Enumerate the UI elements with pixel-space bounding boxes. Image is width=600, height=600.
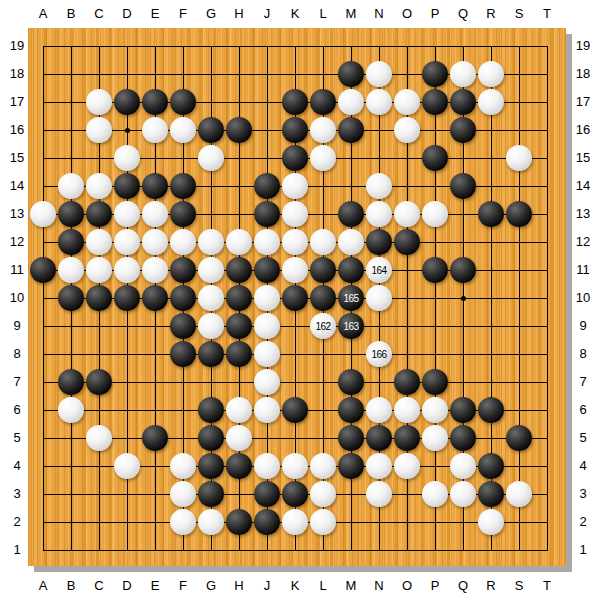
column-label-bottom-S: S — [505, 574, 533, 598]
row-label-right-1: 1 — [570, 538, 596, 562]
stone-white-L9-move-162[interactable]: 162 — [310, 313, 336, 339]
stone-black-K16[interactable] — [282, 117, 308, 143]
column-label-top-A: A — [29, 2, 57, 26]
stone-black-K17[interactable] — [282, 89, 308, 115]
row-label-right-19: 19 — [570, 34, 596, 58]
stone-white-M17[interactable] — [338, 89, 364, 115]
row-label-left-18: 18 — [4, 62, 30, 86]
stone-white-C5[interactable] — [86, 425, 112, 451]
stone-white-E16[interactable] — [142, 117, 168, 143]
column-label-bottom-E: E — [141, 574, 169, 598]
stone-white-G9[interactable] — [198, 313, 224, 339]
row-label-right-6: 6 — [570, 398, 596, 422]
column-label-bottom-H: H — [225, 574, 253, 598]
stone-black-B7[interactable] — [58, 369, 84, 395]
stone-white-J8[interactable] — [254, 341, 280, 367]
stone-black-J14[interactable] — [254, 173, 280, 199]
stone-white-N10[interactable] — [366, 285, 392, 311]
stone-black-F17[interactable] — [170, 89, 196, 115]
row-label-left-17: 17 — [4, 90, 30, 114]
stone-white-K13[interactable] — [282, 201, 308, 227]
stone-white-G11[interactable] — [198, 257, 224, 283]
column-label-top-D: D — [113, 2, 141, 26]
stone-black-F8[interactable] — [170, 341, 196, 367]
grid-line-vertical — [519, 46, 520, 551]
stone-white-C14[interactable] — [86, 173, 112, 199]
row-label-right-8: 8 — [570, 342, 596, 366]
row-label-left-12: 12 — [4, 230, 30, 254]
stone-white-N3[interactable] — [366, 481, 392, 507]
column-label-bottom-R: R — [477, 574, 505, 598]
column-label-bottom-A: A — [29, 574, 57, 598]
column-label-bottom-G: G — [197, 574, 225, 598]
stone-white-N8-move-166[interactable]: 166 — [366, 341, 392, 367]
stone-white-O6[interactable] — [394, 397, 420, 423]
stone-black-C7[interactable] — [86, 369, 112, 395]
stone-white-C16[interactable] — [86, 117, 112, 143]
column-label-bottom-D: D — [113, 574, 141, 598]
column-label-top-B: B — [57, 2, 85, 26]
column-label-top-K: K — [281, 2, 309, 26]
column-label-bottom-Q: Q — [449, 574, 477, 598]
stone-white-C12[interactable] — [86, 229, 112, 255]
row-label-right-7: 7 — [570, 370, 596, 394]
stone-white-N4[interactable] — [366, 453, 392, 479]
stone-black-K15[interactable] — [282, 145, 308, 171]
column-label-bottom-N: N — [365, 574, 393, 598]
stone-black-P7[interactable] — [422, 369, 448, 395]
stone-white-P5[interactable] — [422, 425, 448, 451]
stone-black-Q16[interactable] — [450, 117, 476, 143]
stone-white-B6[interactable] — [58, 397, 84, 423]
column-label-top-T: T — [533, 2, 561, 26]
stone-white-R18[interactable] — [478, 61, 504, 87]
stone-black-H9[interactable] — [226, 313, 252, 339]
stone-black-R3[interactable] — [478, 481, 504, 507]
stone-white-F4[interactable] — [170, 453, 196, 479]
column-label-top-H: H — [225, 2, 253, 26]
stone-black-G3[interactable] — [198, 481, 224, 507]
stone-white-O16[interactable] — [394, 117, 420, 143]
stone-white-J7[interactable] — [254, 369, 280, 395]
stone-white-N6[interactable] — [366, 397, 392, 423]
stone-white-G2[interactable] — [198, 509, 224, 535]
stone-white-Q18[interactable] — [450, 61, 476, 87]
stone-black-M6[interactable] — [338, 397, 364, 423]
stone-white-J9[interactable] — [254, 313, 280, 339]
stone-black-L17[interactable] — [310, 89, 336, 115]
stone-white-S3[interactable] — [506, 481, 532, 507]
stone-black-E14[interactable] — [142, 173, 168, 199]
stone-black-M11[interactable] — [338, 257, 364, 283]
row-label-left-9: 9 — [4, 314, 30, 338]
stone-black-R6[interactable] — [478, 397, 504, 423]
stone-white-C11[interactable] — [86, 257, 112, 283]
stone-black-F9[interactable] — [170, 313, 196, 339]
row-label-left-11: 11 — [4, 258, 30, 282]
stone-black-M5[interactable] — [338, 425, 364, 451]
stone-black-H11[interactable] — [226, 257, 252, 283]
star-point-Q10 — [461, 296, 466, 301]
stone-black-C13[interactable] — [86, 201, 112, 227]
row-label-left-15: 15 — [4, 146, 30, 170]
column-label-top-G: G — [197, 2, 225, 26]
stone-white-O13[interactable] — [394, 201, 420, 227]
stone-black-J3[interactable] — [254, 481, 280, 507]
column-label-top-Q: Q — [449, 2, 477, 26]
stone-black-G6[interactable] — [198, 397, 224, 423]
row-label-left-4: 4 — [4, 454, 30, 478]
stone-black-L11[interactable] — [310, 257, 336, 283]
stone-black-H16[interactable] — [226, 117, 252, 143]
stone-black-S5[interactable] — [506, 425, 532, 451]
row-label-left-6: 6 — [4, 398, 30, 422]
stone-black-N12[interactable] — [366, 229, 392, 255]
go-board-screenshot: 164165162163166 AABBCCDDEEFFGGHHJJKKLLMM… — [0, 0, 600, 600]
grid-line-vertical — [435, 46, 436, 551]
stone-black-Q17[interactable] — [450, 89, 476, 115]
row-label-left-3: 3 — [4, 482, 30, 506]
stone-white-B11[interactable] — [58, 257, 84, 283]
stone-black-M10-move-165[interactable]: 165 — [338, 285, 364, 311]
stone-white-B14[interactable] — [58, 173, 84, 199]
row-label-right-12: 12 — [570, 230, 596, 254]
row-label-left-16: 16 — [4, 118, 30, 142]
grid-line-horizontal — [43, 326, 548, 327]
column-label-top-O: O — [393, 2, 421, 26]
stone-black-N5[interactable] — [366, 425, 392, 451]
stone-black-G5[interactable] — [198, 425, 224, 451]
stone-white-C17[interactable] — [86, 89, 112, 115]
stone-white-O17[interactable] — [394, 89, 420, 115]
stone-white-K11[interactable] — [282, 257, 308, 283]
stone-white-A13[interactable] — [30, 201, 56, 227]
stone-black-E10[interactable] — [142, 285, 168, 311]
stone-black-J11[interactable] — [254, 257, 280, 283]
row-label-left-13: 13 — [4, 202, 30, 226]
column-label-bottom-F: F — [169, 574, 197, 598]
stone-white-L2[interactable] — [310, 509, 336, 535]
stone-black-K6[interactable] — [282, 397, 308, 423]
stone-white-Q3[interactable] — [450, 481, 476, 507]
stone-white-G10[interactable] — [198, 285, 224, 311]
stone-black-D14[interactable] — [114, 173, 140, 199]
row-label-right-2: 2 — [570, 510, 596, 534]
row-label-right-14: 14 — [570, 174, 596, 198]
stone-white-G15[interactable] — [198, 145, 224, 171]
column-label-bottom-P: P — [421, 574, 449, 598]
column-label-bottom-T: T — [533, 574, 561, 598]
column-label-top-N: N — [365, 2, 393, 26]
column-label-top-L: L — [309, 2, 337, 26]
stone-black-P17[interactable] — [422, 89, 448, 115]
grid-line-vertical — [547, 46, 548, 551]
stone-black-M13[interactable] — [338, 201, 364, 227]
stone-black-Q11[interactable] — [450, 257, 476, 283]
stone-white-E12[interactable] — [142, 229, 168, 255]
stone-black-E5[interactable] — [142, 425, 168, 451]
row-label-right-15: 15 — [570, 146, 596, 170]
row-label-right-4: 4 — [570, 454, 596, 478]
stone-black-D10[interactable] — [114, 285, 140, 311]
grid-line-horizontal — [43, 382, 548, 383]
stone-black-M9-move-163[interactable]: 163 — [338, 313, 364, 339]
stone-white-Q4[interactable] — [450, 453, 476, 479]
stone-black-H8[interactable] — [226, 341, 252, 367]
stone-black-P11[interactable] — [422, 257, 448, 283]
row-label-left-10: 10 — [4, 286, 30, 310]
row-label-right-3: 3 — [570, 482, 596, 506]
stone-black-C10[interactable] — [86, 285, 112, 311]
stone-white-F2[interactable] — [170, 509, 196, 535]
stone-white-J4[interactable] — [254, 453, 280, 479]
grid-line-horizontal — [43, 550, 548, 551]
stone-black-J13[interactable] — [254, 201, 280, 227]
column-label-top-C: C — [85, 2, 113, 26]
stone-white-J10[interactable] — [254, 285, 280, 311]
row-label-right-10: 10 — [570, 286, 596, 310]
row-label-left-7: 7 — [4, 370, 30, 394]
stone-black-P15[interactable] — [422, 145, 448, 171]
stone-white-N14[interactable] — [366, 173, 392, 199]
stone-black-M16[interactable] — [338, 117, 364, 143]
stone-white-H6[interactable] — [226, 397, 252, 423]
row-label-right-18: 18 — [570, 62, 596, 86]
column-label-bottom-C: C — [85, 574, 113, 598]
stone-black-F13[interactable] — [170, 201, 196, 227]
stone-white-L3[interactable] — [310, 481, 336, 507]
stone-white-L16[interactable] — [310, 117, 336, 143]
column-label-bottom-B: B — [57, 574, 85, 598]
column-label-top-J: J — [253, 2, 281, 26]
row-label-right-13: 13 — [570, 202, 596, 226]
stone-white-D12[interactable] — [114, 229, 140, 255]
stone-white-F16[interactable] — [170, 117, 196, 143]
stone-white-H12[interactable] — [226, 229, 252, 255]
row-label-left-5: 5 — [4, 426, 30, 450]
column-label-bottom-L: L — [309, 574, 337, 598]
stone-black-R13[interactable] — [478, 201, 504, 227]
stone-black-Q14[interactable] — [450, 173, 476, 199]
stone-white-F3[interactable] — [170, 481, 196, 507]
stone-white-J6[interactable] — [254, 397, 280, 423]
stone-white-K4[interactable] — [282, 453, 308, 479]
stone-black-R4[interactable] — [478, 453, 504, 479]
column-label-top-E: E — [141, 2, 169, 26]
column-label-top-P: P — [421, 2, 449, 26]
stone-white-J12[interactable] — [254, 229, 280, 255]
column-label-top-R: R — [477, 2, 505, 26]
stone-black-K3[interactable] — [282, 481, 308, 507]
stone-black-E17[interactable] — [142, 89, 168, 115]
stone-white-P13[interactable] — [422, 201, 448, 227]
stone-black-K10[interactable] — [282, 285, 308, 311]
row-label-right-9: 9 — [570, 314, 596, 338]
stone-black-F10[interactable] — [170, 285, 196, 311]
column-label-top-F: F — [169, 2, 197, 26]
stone-white-P3[interactable] — [422, 481, 448, 507]
stone-black-M7[interactable] — [338, 369, 364, 395]
stone-white-D13[interactable] — [114, 201, 140, 227]
stone-black-B12[interactable] — [58, 229, 84, 255]
column-label-bottom-O: O — [393, 574, 421, 598]
row-label-right-11: 11 — [570, 258, 596, 282]
stone-black-B13[interactable] — [58, 201, 84, 227]
stone-black-B10[interactable] — [58, 285, 84, 311]
stone-black-M18[interactable] — [338, 61, 364, 87]
stone-black-O5[interactable] — [394, 425, 420, 451]
row-label-left-14: 14 — [4, 174, 30, 198]
column-label-bottom-M: M — [337, 574, 365, 598]
stone-white-N13[interactable] — [366, 201, 392, 227]
stone-white-P6[interactable] — [422, 397, 448, 423]
row-label-left-2: 2 — [4, 510, 30, 534]
stone-white-L4[interactable] — [310, 453, 336, 479]
stone-white-L15[interactable] — [310, 145, 336, 171]
column-label-bottom-K: K — [281, 574, 309, 598]
stone-black-F14[interactable] — [170, 173, 196, 199]
column-label-bottom-J: J — [253, 574, 281, 598]
stone-black-H4[interactable] — [226, 453, 252, 479]
stone-white-N17[interactable] — [366, 89, 392, 115]
stone-white-S15[interactable] — [506, 145, 532, 171]
stone-white-K2[interactable] — [282, 509, 308, 535]
stone-white-E11[interactable] — [142, 257, 168, 283]
row-label-left-8: 8 — [4, 342, 30, 366]
stone-black-M4[interactable] — [338, 453, 364, 479]
stone-black-H2[interactable] — [226, 509, 252, 535]
stone-white-D15[interactable] — [114, 145, 140, 171]
stone-black-F11[interactable] — [170, 257, 196, 283]
stone-white-R17[interactable] — [478, 89, 504, 115]
stone-white-R2[interactable] — [478, 509, 504, 535]
row-label-right-16: 16 — [570, 118, 596, 142]
stone-black-G4[interactable] — [198, 453, 224, 479]
stone-black-Q5[interactable] — [450, 425, 476, 451]
stone-black-J2[interactable] — [254, 509, 280, 535]
stone-white-K14[interactable] — [282, 173, 308, 199]
stone-black-Q6[interactable] — [450, 397, 476, 423]
row-label-right-5: 5 — [570, 426, 596, 450]
row-label-left-19: 19 — [4, 34, 30, 58]
stone-white-D11[interactable] — [114, 257, 140, 283]
go-board[interactable]: 164165162163166 — [28, 28, 566, 566]
stone-black-O7[interactable] — [394, 369, 420, 395]
stone-black-S13[interactable] — [506, 201, 532, 227]
stone-white-L12[interactable] — [310, 229, 336, 255]
stone-black-D17[interactable] — [114, 89, 140, 115]
stone-white-E13[interactable] — [142, 201, 168, 227]
stone-black-G16[interactable] — [198, 117, 224, 143]
stone-white-N11-move-164[interactable]: 164 — [366, 257, 392, 283]
grid-line-horizontal — [43, 354, 548, 355]
stone-white-F12[interactable] — [170, 229, 196, 255]
stone-black-G8[interactable] — [198, 341, 224, 367]
star-point-D16 — [125, 128, 130, 133]
stone-white-M12[interactable] — [338, 229, 364, 255]
stone-black-H10[interactable] — [226, 285, 252, 311]
column-label-top-M: M — [337, 2, 365, 26]
stone-black-P18[interactable] — [422, 61, 448, 87]
stone-black-O12[interactable] — [394, 229, 420, 255]
row-label-left-1: 1 — [4, 538, 30, 562]
stone-black-L10[interactable] — [310, 285, 336, 311]
stone-black-A11[interactable] — [30, 257, 56, 283]
stone-white-O4[interactable] — [394, 453, 420, 479]
stone-white-G12[interactable] — [198, 229, 224, 255]
stone-white-D4[interactable] — [114, 453, 140, 479]
stone-white-N18[interactable] — [366, 61, 392, 87]
column-label-top-S: S — [505, 2, 533, 26]
row-label-right-17: 17 — [570, 90, 596, 114]
stone-white-K12[interactable] — [282, 229, 308, 255]
stone-white-H5[interactable] — [226, 425, 252, 451]
